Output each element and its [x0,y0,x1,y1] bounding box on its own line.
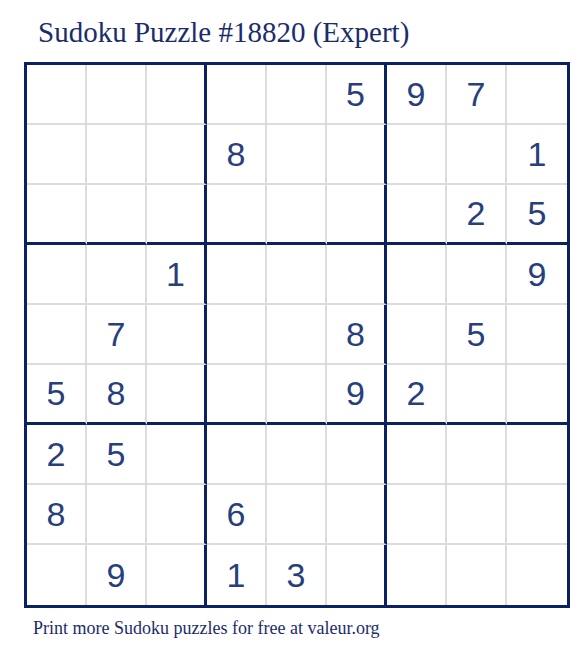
cell-r8c7 [387,485,447,545]
cell-r9c4: 1 [207,545,267,605]
cell-r6c9 [507,365,567,425]
cell-r1c8: 7 [447,65,507,125]
cell-r1c5 [267,65,327,125]
cell-r5c3 [147,305,207,365]
cell-r2c6 [327,125,387,185]
page-title: Sudoku Puzzle #18820 (Expert) [38,16,580,49]
cell-r2c4: 8 [207,125,267,185]
cell-r7c2: 5 [87,425,147,485]
cell-r7c8 [447,425,507,485]
cell-r2c3 [147,125,207,185]
cell-r7c5 [267,425,327,485]
cell-r3c7 [387,185,447,245]
cell-r4c4 [207,245,267,305]
cell-r9c5: 3 [267,545,327,605]
cell-r1c6: 5 [327,65,387,125]
cell-r4c6 [327,245,387,305]
cell-r4c3: 1 [147,245,207,305]
cell-r9c8 [447,545,507,605]
cell-r2c1 [27,125,87,185]
cell-r9c7 [387,545,447,605]
cell-r1c2 [87,65,147,125]
cell-r8c3 [147,485,207,545]
cell-r5c9 [507,305,567,365]
cell-r3c6 [327,185,387,245]
cell-r5c6: 8 [327,305,387,365]
cell-r6c7: 2 [387,365,447,425]
cell-r8c5 [267,485,327,545]
cell-r6c5 [267,365,327,425]
cell-r8c6 [327,485,387,545]
cell-r5c7 [387,305,447,365]
page: Sudoku Puzzle #18820 (Expert) 5978125197… [0,16,580,639]
cell-r7c1: 2 [27,425,87,485]
cell-r5c4 [207,305,267,365]
cell-r9c2: 9 [87,545,147,605]
cell-r6c8 [447,365,507,425]
cell-r4c1 [27,245,87,305]
cell-r8c8 [447,485,507,545]
cell-r1c9 [507,65,567,125]
cell-r5c2: 7 [87,305,147,365]
cell-r2c8 [447,125,507,185]
cell-r2c5 [267,125,327,185]
cell-r4c7 [387,245,447,305]
cell-r7c3 [147,425,207,485]
cell-r1c3 [147,65,207,125]
cell-r3c1 [27,185,87,245]
cell-r1c1 [27,65,87,125]
cell-r9c6 [327,545,387,605]
cell-r9c3 [147,545,207,605]
cell-r3c5 [267,185,327,245]
cell-r3c3 [147,185,207,245]
cell-r5c8: 5 [447,305,507,365]
cell-r8c9 [507,485,567,545]
cell-r2c9: 1 [507,125,567,185]
cell-r5c1 [27,305,87,365]
cell-r3c4 [207,185,267,245]
cell-r3c9: 5 [507,185,567,245]
cell-r7c9 [507,425,567,485]
cell-r4c9: 9 [507,245,567,305]
cell-r8c2 [87,485,147,545]
cell-r3c2 [87,185,147,245]
cell-r2c7 [387,125,447,185]
cell-r6c4 [207,365,267,425]
cell-r6c3 [147,365,207,425]
cell-r8c4: 6 [207,485,267,545]
cell-r6c1: 5 [27,365,87,425]
cell-r4c5 [267,245,327,305]
cell-r8c1: 8 [27,485,87,545]
footer-text: Print more Sudoku puzzles for free at va… [33,618,580,639]
cell-r6c6: 9 [327,365,387,425]
cell-r3c8: 2 [447,185,507,245]
cell-r7c4 [207,425,267,485]
cell-r7c7 [387,425,447,485]
cell-r6c2: 8 [87,365,147,425]
cell-r9c9 [507,545,567,605]
cell-r1c7: 9 [387,65,447,125]
cell-r7c6 [327,425,387,485]
cell-r4c8 [447,245,507,305]
cell-r9c1 [27,545,87,605]
cell-r1c4 [207,65,267,125]
sudoku-board: 59781251978558922586913 [24,62,570,608]
cell-r5c5 [267,305,327,365]
cell-r2c2 [87,125,147,185]
cell-r4c2 [87,245,147,305]
